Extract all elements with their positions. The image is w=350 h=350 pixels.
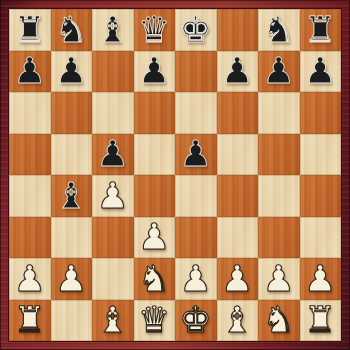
square-h4[interactable] — [300, 175, 342, 217]
black-rook-a8: ♜ — [14, 12, 46, 48]
square-c7[interactable] — [92, 51, 134, 93]
board-frame: ♜♞♝♛♚♞♜♟♟♟♟♟♟♟♟♝♟♟♟♟♞♟♟♟♟♜♝♛♚♝♞♜ — [0, 0, 350, 350]
square-f2[interactable]: ♟ — [217, 258, 259, 300]
square-e7[interactable] — [175, 51, 217, 93]
square-f1[interactable]: ♝ — [217, 300, 259, 342]
square-g1[interactable]: ♞ — [258, 300, 300, 342]
square-d8[interactable]: ♛ — [134, 9, 176, 51]
square-f4[interactable] — [217, 175, 259, 217]
square-g5[interactable] — [258, 134, 300, 176]
square-g6[interactable] — [258, 92, 300, 134]
white-knight-g1: ♞ — [263, 302, 295, 338]
black-pawn-f7: ♟ — [221, 53, 253, 89]
square-f5[interactable] — [217, 134, 259, 176]
square-e3[interactable] — [175, 217, 217, 259]
square-b2[interactable]: ♟ — [51, 258, 93, 300]
black-pawn-a7: ♟ — [14, 53, 46, 89]
black-bishop-b4: ♝ — [55, 178, 87, 214]
square-d3[interactable]: ♟ — [134, 217, 176, 259]
square-b5[interactable] — [51, 134, 93, 176]
square-d5[interactable] — [134, 134, 176, 176]
square-a6[interactable] — [9, 92, 51, 134]
square-g4[interactable] — [258, 175, 300, 217]
white-pawn-d3: ♟ — [138, 219, 170, 255]
square-h7[interactable]: ♟ — [300, 51, 342, 93]
square-c1[interactable]: ♝ — [92, 300, 134, 342]
white-knight-d2: ♞ — [138, 261, 170, 297]
square-g7[interactable]: ♟ — [258, 51, 300, 93]
black-knight-g8: ♞ — [263, 12, 295, 48]
white-bishop-f1: ♝ — [221, 302, 253, 338]
square-b1[interactable] — [51, 300, 93, 342]
square-e4[interactable] — [175, 175, 217, 217]
square-a4[interactable] — [9, 175, 51, 217]
square-g3[interactable] — [258, 217, 300, 259]
square-c3[interactable] — [92, 217, 134, 259]
square-h1[interactable]: ♜ — [300, 300, 342, 342]
chess-board: ♜♞♝♛♚♞♜♟♟♟♟♟♟♟♟♝♟♟♟♟♞♟♟♟♟♜♝♛♚♝♞♜ — [9, 9, 341, 341]
white-pawn-b2: ♟ — [55, 261, 87, 297]
white-pawn-e2: ♟ — [180, 261, 212, 297]
square-b4[interactable]: ♝ — [51, 175, 93, 217]
square-d6[interactable] — [134, 92, 176, 134]
black-pawn-d7: ♟ — [138, 53, 170, 89]
square-f6[interactable] — [217, 92, 259, 134]
square-e6[interactable] — [175, 92, 217, 134]
square-a3[interactable] — [9, 217, 51, 259]
white-rook-h1: ♜ — [304, 302, 336, 338]
square-f7[interactable]: ♟ — [217, 51, 259, 93]
black-bishop-c8: ♝ — [97, 12, 129, 48]
square-e2[interactable]: ♟ — [175, 258, 217, 300]
square-b7[interactable]: ♟ — [51, 51, 93, 93]
square-c2[interactable] — [92, 258, 134, 300]
square-g2[interactable]: ♟ — [258, 258, 300, 300]
square-d2[interactable]: ♞ — [134, 258, 176, 300]
black-pawn-b7: ♟ — [55, 53, 87, 89]
square-c4[interactable]: ♟ — [92, 175, 134, 217]
white-rook-a1: ♜ — [14, 302, 46, 338]
square-c8[interactable]: ♝ — [92, 9, 134, 51]
white-pawn-a2: ♟ — [14, 261, 46, 297]
square-b8[interactable]: ♞ — [51, 9, 93, 51]
square-g8[interactable]: ♞ — [258, 9, 300, 51]
square-h2[interactable]: ♟ — [300, 258, 342, 300]
square-h8[interactable]: ♜ — [300, 9, 342, 51]
square-a2[interactable]: ♟ — [9, 258, 51, 300]
square-a8[interactable]: ♜ — [9, 9, 51, 51]
black-queen-d8: ♛ — [138, 12, 170, 48]
black-king-e8: ♚ — [180, 12, 212, 48]
black-pawn-h7: ♟ — [304, 53, 336, 89]
square-e8[interactable]: ♚ — [175, 9, 217, 51]
square-e5[interactable]: ♟ — [175, 134, 217, 176]
white-queen-d1: ♛ — [138, 302, 170, 338]
square-b3[interactable] — [51, 217, 93, 259]
square-d4[interactable] — [134, 175, 176, 217]
white-pawn-h2: ♟ — [304, 261, 336, 297]
white-pawn-g2: ♟ — [263, 261, 295, 297]
square-a7[interactable]: ♟ — [9, 51, 51, 93]
square-e1[interactable]: ♚ — [175, 300, 217, 342]
black-knight-b8: ♞ — [55, 12, 87, 48]
white-king-e1: ♚ — [180, 302, 212, 338]
square-c6[interactable] — [92, 92, 134, 134]
square-b6[interactable] — [51, 92, 93, 134]
square-a5[interactable] — [9, 134, 51, 176]
square-h5[interactable] — [300, 134, 342, 176]
square-a1[interactable]: ♜ — [9, 300, 51, 342]
square-h6[interactable] — [300, 92, 342, 134]
black-pawn-c5: ♟ — [97, 136, 129, 172]
square-d1[interactable]: ♛ — [134, 300, 176, 342]
white-pawn-f2: ♟ — [221, 261, 253, 297]
square-f8[interactable] — [217, 9, 259, 51]
square-h3[interactable] — [300, 217, 342, 259]
white-bishop-c1: ♝ — [97, 302, 129, 338]
square-c5[interactable]: ♟ — [92, 134, 134, 176]
square-f3[interactable] — [217, 217, 259, 259]
white-pawn-c4: ♟ — [97, 178, 129, 214]
black-pawn-e5: ♟ — [180, 136, 212, 172]
black-rook-h8: ♜ — [304, 12, 336, 48]
black-pawn-g7: ♟ — [263, 53, 295, 89]
square-d7[interactable]: ♟ — [134, 51, 176, 93]
